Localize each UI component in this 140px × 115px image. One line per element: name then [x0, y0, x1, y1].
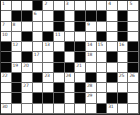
- white-cell-r4c7[interactable]: [65, 32, 76, 42]
- white-cell-r7c9[interactable]: [86, 63, 97, 73]
- white-cell-r3c5[interactable]: [43, 22, 54, 32]
- white-cell-r5c9[interactable]: 14: [86, 42, 97, 52]
- white-cell-r6c12[interactable]: [118, 52, 129, 62]
- white-cell-r11c2[interactable]: [12, 104, 23, 114]
- white-cell-r3c1[interactable]: 7: [1, 22, 12, 32]
- white-cell-r1c5[interactable]: 2: [43, 1, 54, 11]
- clue-number: 15: [98, 42, 103, 47]
- white-cell-r11c4[interactable]: [33, 104, 44, 114]
- black-cell-r2c2: [12, 11, 23, 21]
- black-cell-r8c11: [107, 73, 118, 83]
- black-cell-r4c12: [118, 32, 129, 42]
- white-cell-r1c11[interactable]: 4: [107, 1, 118, 11]
- white-cell-r1c6[interactable]: [54, 1, 65, 11]
- black-cell-r7c1: [1, 63, 12, 73]
- white-cell-r3c10[interactable]: [97, 22, 108, 32]
- clue-number: 30: [2, 104, 7, 109]
- white-cell-r8c8[interactable]: [75, 73, 86, 83]
- black-cell-r4c5: [43, 32, 54, 42]
- white-cell-r2c11[interactable]: [107, 11, 118, 21]
- white-cell-r6c5[interactable]: [43, 52, 54, 62]
- white-cell-r5c3[interactable]: [22, 42, 33, 52]
- clue-number: 4: [108, 1, 111, 6]
- white-cell-r3c2[interactable]: 8: [12, 22, 23, 32]
- white-cell-r6c7[interactable]: [65, 52, 76, 62]
- clue-number: 6: [34, 11, 37, 16]
- white-cell-r9c10[interactable]: [97, 83, 108, 93]
- white-cell-r7c5[interactable]: [43, 63, 54, 73]
- white-cell-r10c9[interactable]: 29: [86, 93, 97, 103]
- white-cell-r7c8[interactable]: 21: [75, 63, 86, 73]
- crossword-grid: 1234567891011121314151617181920212223242…: [0, 0, 140, 115]
- white-cell-r7c11[interactable]: [107, 63, 118, 73]
- black-cell-r2c12: [118, 11, 129, 21]
- white-cell-r2c4[interactable]: 6: [33, 11, 44, 21]
- white-cell-r6c2[interactable]: [12, 52, 23, 62]
- white-cell-r10c10[interactable]: [97, 93, 108, 103]
- white-cell-r1c3[interactable]: [22, 1, 33, 11]
- black-cell-r3c12: [118, 22, 129, 32]
- black-cell-r3c6: [54, 22, 65, 32]
- black-cell-r10c6: [54, 93, 65, 103]
- white-cell-r8c13[interactable]: 26: [128, 73, 139, 83]
- white-cell-r3c9[interactable]: 9: [86, 22, 97, 32]
- white-cell-r2c1[interactable]: [1, 11, 12, 21]
- white-cell-r1c12[interactable]: [118, 1, 129, 11]
- white-cell-r4c4[interactable]: [33, 32, 44, 42]
- white-cell-r10c7[interactable]: [65, 93, 76, 103]
- white-cell-r8c3[interactable]: [22, 73, 33, 83]
- white-cell-r5c4[interactable]: [33, 42, 44, 52]
- white-cell-r4c6[interactable]: 11: [54, 32, 65, 42]
- black-cell-r9c6: [54, 83, 65, 93]
- white-cell-r10c3[interactable]: [22, 93, 33, 103]
- white-cell-r7c3[interactable]: 20: [22, 63, 33, 73]
- black-cell-r6c13: [128, 52, 139, 62]
- white-cell-r11c9[interactable]: [86, 104, 97, 114]
- black-cell-r2c8: [75, 11, 86, 21]
- white-cell-r3c13[interactable]: [128, 22, 139, 32]
- clue-number: 16: [119, 42, 124, 47]
- crossword-diagram: 1234567891011121314151617181920212223242…: [0, 0, 140, 115]
- white-cell-r8c5[interactable]: 23: [43, 73, 54, 83]
- white-cell-r5c5[interactable]: 13: [43, 42, 54, 52]
- white-cell-r11c12[interactable]: [118, 104, 129, 114]
- white-cell-r1c10[interactable]: [97, 1, 108, 11]
- white-cell-r3c4[interactable]: [33, 22, 44, 32]
- white-cell-r8c7[interactable]: 24: [65, 73, 76, 83]
- clue-number: 17: [34, 52, 39, 57]
- black-cell-r6c8: [75, 52, 86, 62]
- white-cell-r3c7[interactable]: [65, 22, 76, 32]
- white-cell-r9c9[interactable]: 28: [86, 83, 97, 93]
- white-cell-r1c2[interactable]: [12, 1, 23, 11]
- white-cell-r8c10[interactable]: [97, 73, 108, 83]
- black-cell-r10c11: [107, 93, 118, 103]
- clue-number: 21: [76, 63, 81, 68]
- white-cell-r11c13[interactable]: [128, 104, 139, 114]
- white-cell-r8c1[interactable]: 22: [1, 73, 12, 83]
- black-cell-r2c3: [22, 11, 33, 21]
- clue-number: 14: [87, 42, 92, 47]
- clue-number: 10: [2, 32, 7, 37]
- white-cell-r11c6[interactable]: [54, 104, 65, 114]
- black-cell-r4c10: [97, 32, 108, 42]
- white-cell-r2c7[interactable]: [65, 11, 76, 21]
- black-cell-r5c13: [128, 42, 139, 52]
- clue-number: 1: [2, 1, 5, 6]
- black-cell-r9c8: [75, 83, 86, 93]
- white-cell-r9c5[interactable]: [43, 83, 54, 93]
- white-cell-r9c11[interactable]: [107, 83, 118, 93]
- white-cell-r4c1[interactable]: 10: [1, 32, 12, 42]
- white-cell-r5c10[interactable]: 15: [97, 42, 108, 52]
- clue-number: 13: [44, 42, 49, 47]
- white-cell-r8c6[interactable]: [54, 73, 65, 83]
- black-cell-r7c6: [54, 63, 65, 73]
- white-cell-r9c3[interactable]: 27: [22, 83, 33, 93]
- white-cell-r4c9[interactable]: [86, 32, 97, 42]
- black-cell-r6c3: [22, 52, 33, 62]
- white-cell-r9c4[interactable]: [33, 83, 44, 93]
- clue-number: 9: [87, 22, 90, 27]
- clue-number: 8: [13, 22, 16, 27]
- white-cell-r9c1[interactable]: [1, 83, 12, 93]
- clue-number: 27: [23, 83, 28, 88]
- clue-number: 2: [44, 1, 47, 6]
- white-cell-r10c13[interactable]: [128, 93, 139, 103]
- white-cell-r3c11[interactable]: [107, 22, 118, 32]
- white-cell-r9c7[interactable]: [65, 83, 76, 93]
- white-cell-r4c13[interactable]: [128, 32, 139, 42]
- white-cell-r9c12[interactable]: [118, 83, 129, 93]
- black-cell-r2c9: [86, 11, 97, 21]
- clue-number: 23: [44, 73, 49, 78]
- black-cell-r10c2: [12, 93, 23, 103]
- white-cell-r1c1[interactable]: 1: [1, 1, 12, 11]
- black-cell-r8c9: [86, 73, 97, 83]
- black-cell-r10c12: [118, 93, 129, 103]
- white-cell-r1c13[interactable]: 5: [128, 1, 139, 11]
- white-cell-r6c4[interactable]: 17: [33, 52, 44, 62]
- black-cell-r2c10: [97, 11, 108, 21]
- white-cell-r11c5[interactable]: [43, 104, 54, 114]
- clue-number: 3: [66, 1, 69, 6]
- white-cell-r2c5[interactable]: [43, 11, 54, 21]
- black-cell-r1c4: [33, 1, 44, 11]
- black-cell-r10c4: [33, 93, 44, 103]
- black-cell-r5c8: [75, 42, 86, 52]
- white-cell-r2c13[interactable]: [128, 11, 139, 21]
- white-cell-r6c9[interactable]: 18: [86, 52, 97, 62]
- white-cell-r7c4[interactable]: [33, 63, 44, 73]
- white-cell-r3c3[interactable]: [22, 22, 33, 32]
- clue-number: 25: [119, 73, 124, 78]
- black-cell-r6c6: [54, 52, 65, 62]
- white-cell-r7c12[interactable]: [118, 63, 129, 73]
- white-cell-r11c8[interactable]: [75, 104, 86, 114]
- black-cell-r6c1: [1, 52, 12, 62]
- clue-number: 29: [87, 93, 92, 98]
- white-cell-r4c2[interactable]: [12, 32, 23, 42]
- black-cell-r7c7: [65, 63, 76, 73]
- white-cell-r8c12[interactable]: 25: [118, 73, 129, 83]
- clue-number: 24: [66, 73, 71, 78]
- black-cell-r10c8: [75, 93, 86, 103]
- white-cell-r6c10[interactable]: [97, 52, 108, 62]
- clue-number: 18: [87, 52, 92, 57]
- clue-number: 26: [129, 73, 134, 78]
- white-cell-r1c9[interactable]: [86, 1, 97, 11]
- white-cell-r4c11[interactable]: [107, 32, 118, 42]
- black-cell-r7c13: [128, 63, 139, 73]
- white-cell-r7c2[interactable]: 19: [12, 63, 23, 73]
- white-cell-r11c1[interactable]: 30: [1, 104, 12, 114]
- black-cell-r11c10: [97, 104, 108, 114]
- white-cell-r11c3[interactable]: [22, 104, 33, 114]
- black-cell-r2c6: [54, 11, 65, 21]
- white-cell-r4c8[interactable]: [75, 32, 86, 42]
- black-cell-r9c2: [12, 83, 23, 93]
- black-cell-r3c8: [75, 22, 86, 32]
- white-cell-r10c1[interactable]: [1, 93, 12, 103]
- clue-number: 7: [2, 22, 5, 27]
- white-cell-r5c12[interactable]: 16: [118, 42, 129, 52]
- white-cell-r5c2[interactable]: 12: [12, 42, 23, 52]
- black-cell-r8c4: [33, 73, 44, 83]
- clue-number: 11: [55, 32, 60, 37]
- white-cell-r5c11[interactable]: [107, 42, 118, 52]
- black-cell-r5c1: [1, 42, 12, 52]
- clue-number: 20: [23, 63, 28, 68]
- black-cell-r6c11: [107, 52, 118, 62]
- clue-number: 22: [2, 73, 7, 78]
- white-cell-r1c8[interactable]: [75, 1, 86, 11]
- white-cell-r11c7[interactable]: [65, 104, 76, 114]
- clue-number: 12: [13, 42, 18, 47]
- white-cell-r5c6[interactable]: [54, 42, 65, 52]
- white-cell-r7c10[interactable]: [97, 63, 108, 73]
- white-cell-r9c13[interactable]: [128, 83, 139, 93]
- white-cell-r11c11[interactable]: 31: [107, 104, 118, 114]
- black-cell-r8c2: [12, 73, 23, 83]
- clue-number: 5: [129, 1, 132, 6]
- clue-number: 28: [87, 83, 92, 88]
- clue-number: 31: [108, 104, 113, 109]
- clue-number: 19: [13, 63, 18, 68]
- white-cell-r1c7[interactable]: 3: [65, 1, 76, 11]
- black-cell-r4c3: [22, 32, 33, 42]
- black-cell-r10c5: [43, 93, 54, 103]
- black-cell-r5c7: [65, 42, 76, 52]
